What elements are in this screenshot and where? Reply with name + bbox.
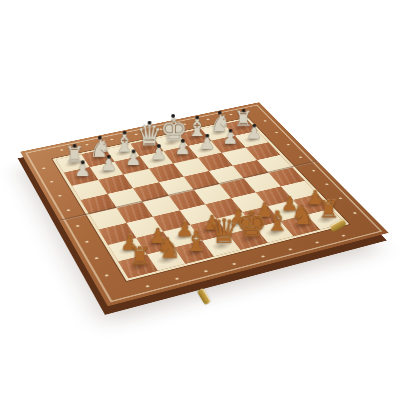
piece-cream-pawn-b7: ♟ <box>95 155 122 174</box>
piece-cream-pawn-d7: ♟ <box>145 144 171 162</box>
piece-cream-pawn-c7: ♟ <box>120 150 147 168</box>
frame-inlay-dot <box>58 195 62 197</box>
piece-cream-pawn-a7: ♟ <box>69 161 96 180</box>
square-a1: ♜ <box>118 254 157 278</box>
playing-area: ♜♞♝♛♚♝♞♜♟♟♟♟♟♟♟♟♟♟♟♟♟♟♟♟♜♞♝♛♚♝♞♜ <box>52 117 349 280</box>
frame-inlay-dot <box>263 120 267 122</box>
piece-bronze-bishop-c1: ♝ <box>181 227 211 255</box>
piece-bronze-knight-b1: ♞ <box>153 234 183 263</box>
piece-bronze-knight-g1: ♞ <box>288 201 317 228</box>
frame-inlay-dot <box>260 255 264 258</box>
piece-cream-pawn-h7: ♟ <box>241 124 267 142</box>
frame-inlay-dot <box>341 234 345 236</box>
frame-inlay-dot <box>84 241 88 243</box>
frame-inlay-dot <box>324 183 328 185</box>
board-scene: ♜♞♝♛♚♝♞♜♟♟♟♟♟♟♟♟♟♟♟♟♟♟♟♟♜♞♝♛♚♝♞♜ <box>20 102 388 306</box>
frame-inlay-dot <box>286 144 290 146</box>
frame-inlay-dot <box>298 156 302 158</box>
brass-latch-left <box>197 288 211 305</box>
piece-bronze-king-e1: ♚ <box>236 206 265 241</box>
frame-inlay-dot <box>104 274 108 277</box>
chess-set-photo: ♜♞♝♛♚♝♞♜♟♟♟♟♟♟♟♟♟♟♟♟♟♟♟♟♜♞♝♛♚♝♞♜ <box>0 0 400 400</box>
frame-inlay-dot <box>94 257 98 260</box>
frame-inlay-dot <box>41 167 45 169</box>
piece-bronze-rook-h1: ♜ <box>314 198 343 222</box>
piece-cream-pawn-f7: ♟ <box>194 134 220 152</box>
piece-cream-pawn-e7: ♟ <box>170 139 196 157</box>
frame-inlay-dot <box>175 277 179 280</box>
piece-bronze-rook-a1: ♜ <box>125 244 156 270</box>
frame-inlay-dot <box>315 241 319 243</box>
chess-board: ♜♞♝♛♚♝♞♜♟♟♟♟♟♟♟♟♟♟♟♟♟♟♟♟♜♞♝♛♚♝♞♜ <box>20 102 388 306</box>
frame-inlay-dot <box>274 132 278 134</box>
piece-cream-pawn-g7: ♟ <box>218 129 244 147</box>
frame-inlay-dot <box>288 248 292 251</box>
frame-inlay-dot <box>311 170 315 172</box>
frame-inlay-dot <box>204 270 208 273</box>
frame-inlay-dot <box>66 209 70 211</box>
frame-inlay-dot <box>49 181 53 183</box>
frame-inlay-dot <box>232 262 236 265</box>
frame-inlay-dot <box>352 212 356 214</box>
frame-inlay-dot <box>145 285 149 288</box>
square-b5 <box>107 188 143 208</box>
frame-inlay-dot <box>75 225 79 227</box>
piece-bronze-queen-d1: ♛ <box>209 215 239 249</box>
